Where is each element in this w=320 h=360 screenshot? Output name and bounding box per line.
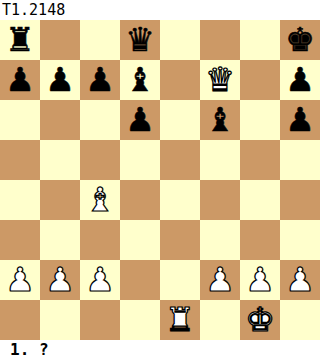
piece-white-pawn: ♟ <box>240 260 280 300</box>
square-d6[interactable]: ♟ <box>120 100 160 140</box>
square-b2[interactable]: ♟ <box>40 260 80 300</box>
square-b3[interactable] <box>40 220 80 260</box>
square-b8[interactable] <box>40 20 80 60</box>
chess-board: ♜♛♚♟♟♟♝♛♟♟♝♟♝♟♟♟♟♟♟♜♚ <box>0 20 320 340</box>
square-b6[interactable] <box>40 100 80 140</box>
square-e6[interactable] <box>160 100 200 140</box>
piece-black-bishop: ♝ <box>200 100 240 140</box>
square-b4[interactable] <box>40 180 80 220</box>
piece-white-pawn: ♟ <box>200 260 240 300</box>
square-f3[interactable] <box>200 220 240 260</box>
square-a8[interactable]: ♜ <box>0 20 40 60</box>
square-c6[interactable] <box>80 100 120 140</box>
chess-puzzle-window: T1.2148 ♜♛♚♟♟♟♝♛♟♟♝♟♝♟♟♟♟♟♟♜♚ 1. ? <box>0 0 320 360</box>
piece-black-pawn: ♟ <box>280 100 320 140</box>
square-d8[interactable]: ♛ <box>120 20 160 60</box>
square-d3[interactable] <box>120 220 160 260</box>
piece-white-pawn: ♟ <box>80 260 120 300</box>
piece-black-rook: ♜ <box>0 20 40 60</box>
square-f8[interactable] <box>200 20 240 60</box>
square-f2[interactable]: ♟ <box>200 260 240 300</box>
square-d1[interactable] <box>120 300 160 340</box>
square-f7[interactable]: ♛ <box>200 60 240 100</box>
square-a3[interactable] <box>0 220 40 260</box>
piece-black-king: ♚ <box>280 20 320 60</box>
square-g8[interactable] <box>240 20 280 60</box>
square-f4[interactable] <box>200 180 240 220</box>
square-f5[interactable] <box>200 140 240 180</box>
piece-white-pawn: ♟ <box>40 260 80 300</box>
square-h3[interactable] <box>280 220 320 260</box>
square-a7[interactable]: ♟ <box>0 60 40 100</box>
square-g4[interactable] <box>240 180 280 220</box>
square-h6[interactable]: ♟ <box>280 100 320 140</box>
piece-white-pawn: ♟ <box>0 260 40 300</box>
piece-white-queen: ♛ <box>200 60 240 100</box>
square-g2[interactable]: ♟ <box>240 260 280 300</box>
square-e7[interactable] <box>160 60 200 100</box>
puzzle-title: T1.2148 <box>0 0 320 20</box>
square-h2[interactable]: ♟ <box>280 260 320 300</box>
square-a5[interactable] <box>0 140 40 180</box>
piece-black-pawn: ♟ <box>0 60 40 100</box>
square-h5[interactable] <box>280 140 320 180</box>
square-e8[interactable] <box>160 20 200 60</box>
square-g3[interactable] <box>240 220 280 260</box>
square-b1[interactable] <box>40 300 80 340</box>
square-c8[interactable] <box>80 20 120 60</box>
piece-black-queen: ♛ <box>120 20 160 60</box>
square-d5[interactable] <box>120 140 160 180</box>
piece-black-pawn: ♟ <box>80 60 120 100</box>
square-c2[interactable]: ♟ <box>80 260 120 300</box>
square-h8[interactable]: ♚ <box>280 20 320 60</box>
square-f1[interactable] <box>200 300 240 340</box>
square-h4[interactable] <box>280 180 320 220</box>
square-g7[interactable] <box>240 60 280 100</box>
square-e5[interactable] <box>160 140 200 180</box>
square-d7[interactable]: ♝ <box>120 60 160 100</box>
square-e1[interactable]: ♜ <box>160 300 200 340</box>
square-h1[interactable] <box>280 300 320 340</box>
square-d4[interactable] <box>120 180 160 220</box>
square-d2[interactable] <box>120 260 160 300</box>
square-a4[interactable] <box>0 180 40 220</box>
square-f6[interactable]: ♝ <box>200 100 240 140</box>
square-g5[interactable] <box>240 140 280 180</box>
square-g1[interactable]: ♚ <box>240 300 280 340</box>
piece-black-bishop: ♝ <box>120 60 160 100</box>
square-a2[interactable]: ♟ <box>0 260 40 300</box>
square-b7[interactable]: ♟ <box>40 60 80 100</box>
piece-white-rook: ♜ <box>160 300 200 340</box>
square-e3[interactable] <box>160 220 200 260</box>
square-e2[interactable] <box>160 260 200 300</box>
piece-white-pawn: ♟ <box>280 260 320 300</box>
square-h7[interactable]: ♟ <box>280 60 320 100</box>
piece-black-pawn: ♟ <box>120 100 160 140</box>
square-e4[interactable] <box>160 180 200 220</box>
piece-black-pawn: ♟ <box>40 60 80 100</box>
square-b5[interactable] <box>40 140 80 180</box>
piece-white-king: ♚ <box>240 300 280 340</box>
square-c3[interactable] <box>80 220 120 260</box>
square-c4[interactable]: ♝ <box>80 180 120 220</box>
square-c5[interactable] <box>80 140 120 180</box>
square-a6[interactable] <box>0 100 40 140</box>
move-prompt: 1. ? <box>0 340 320 360</box>
square-c1[interactable] <box>80 300 120 340</box>
square-c7[interactable]: ♟ <box>80 60 120 100</box>
square-a1[interactable] <box>0 300 40 340</box>
piece-white-bishop: ♝ <box>80 180 120 220</box>
square-g6[interactable] <box>240 100 280 140</box>
piece-black-pawn: ♟ <box>280 60 320 100</box>
